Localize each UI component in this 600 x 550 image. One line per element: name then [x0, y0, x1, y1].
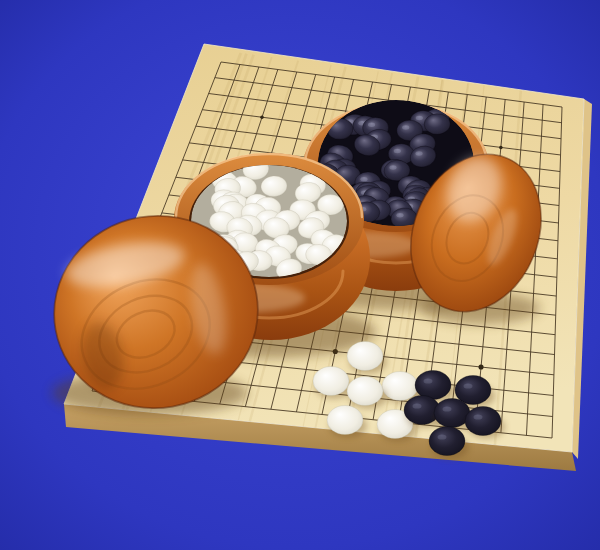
scene-svg [0, 0, 600, 550]
white-stone-stone [313, 367, 349, 396]
white-stone-stone [347, 377, 383, 406]
white-stone-stone [347, 342, 383, 371]
black-stone-stone [434, 399, 470, 428]
black-stone-stone [429, 427, 465, 456]
go-set-photo [0, 0, 600, 550]
black-stone-stone [465, 407, 501, 436]
black-stone-stone [415, 371, 451, 400]
white-stone-stone [327, 406, 363, 435]
white-stone-stone [382, 372, 418, 401]
black-bowl-stone [424, 113, 450, 134]
